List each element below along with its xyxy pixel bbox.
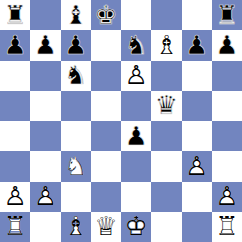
- square-g3[interactable]: ♟♙: [182, 151, 212, 181]
- piece-fill: ♟: [61, 30, 91, 60]
- square-f8[interactable]: [151, 0, 181, 30]
- piece-outline: ♖: [212, 212, 242, 242]
- black-pawn[interactable]: ♟: [30, 30, 60, 60]
- square-c5[interactable]: [61, 91, 91, 121]
- square-d5[interactable]: [91, 91, 121, 121]
- piece-outline: ♗: [61, 212, 91, 242]
- square-f1[interactable]: [151, 212, 181, 242]
- square-e7[interactable]: ♞: [121, 30, 151, 60]
- black-rook[interactable]: ♜: [0, 0, 30, 30]
- black-pawn[interactable]: ♟: [182, 30, 212, 60]
- black-king[interactable]: ♚: [91, 0, 121, 30]
- square-e6[interactable]: ♟♙: [121, 61, 151, 91]
- square-c4[interactable]: [61, 121, 91, 151]
- white-pawn[interactable]: ♟♙: [182, 151, 212, 181]
- piece-fill: ♜: [0, 0, 30, 30]
- white-bishop[interactable]: ♝♗: [151, 30, 181, 60]
- square-b7[interactable]: ♟: [30, 30, 60, 60]
- square-e3[interactable]: [121, 151, 151, 181]
- piece-outline: ♔: [121, 212, 151, 242]
- square-b5[interactable]: [30, 91, 60, 121]
- white-rook[interactable]: ♜♖: [0, 212, 30, 242]
- square-e5[interactable]: [121, 91, 151, 121]
- piece-fill: ♜: [212, 0, 242, 30]
- square-h2[interactable]: ♟♙: [212, 182, 242, 212]
- square-h1[interactable]: ♜♖: [212, 212, 242, 242]
- square-d3[interactable]: [91, 151, 121, 181]
- white-queen[interactable]: ♛♕: [91, 212, 121, 242]
- black-pawn[interactable]: ♟: [0, 30, 30, 60]
- piece-outline: ♙: [182, 151, 212, 181]
- piece-outline: ♗: [151, 30, 181, 60]
- piece-fill: ♞: [121, 30, 151, 60]
- square-f5[interactable]: ♛: [151, 91, 181, 121]
- square-a2[interactable]: ♟♙: [0, 182, 30, 212]
- piece-fill: ♝: [61, 0, 91, 30]
- square-h6[interactable]: [212, 61, 242, 91]
- piece-fill: ♟: [30, 30, 60, 60]
- square-b3[interactable]: [30, 151, 60, 181]
- square-b4[interactable]: [30, 121, 60, 151]
- square-f7[interactable]: ♝♗: [151, 30, 181, 60]
- square-g1[interactable]: [182, 212, 212, 242]
- square-c3[interactable]: ♞♘: [61, 151, 91, 181]
- square-c7[interactable]: ♟: [61, 30, 91, 60]
- piece-outline: ♙: [121, 61, 151, 91]
- square-c6[interactable]: ♞: [61, 61, 91, 91]
- black-queen[interactable]: ♛: [151, 91, 181, 121]
- square-a4[interactable]: [0, 121, 30, 151]
- square-c2[interactable]: [61, 182, 91, 212]
- square-e8[interactable]: [121, 0, 151, 30]
- piece-outline: ♙: [0, 182, 30, 212]
- square-e1[interactable]: ♚♔: [121, 212, 151, 242]
- piece-fill: ♟: [0, 30, 30, 60]
- square-d2[interactable]: [91, 182, 121, 212]
- white-knight[interactable]: ♞♘: [61, 151, 91, 181]
- piece-fill: ♚: [91, 0, 121, 30]
- square-b8[interactable]: [30, 0, 60, 30]
- square-g7[interactable]: ♟: [182, 30, 212, 60]
- black-pawn[interactable]: ♟: [121, 121, 151, 151]
- square-h3[interactable]: [212, 151, 242, 181]
- square-d8[interactable]: ♚: [91, 0, 121, 30]
- piece-fill: ♟: [182, 30, 212, 60]
- piece-fill: ♞: [61, 61, 91, 91]
- square-a6[interactable]: [0, 61, 30, 91]
- square-g2[interactable]: [182, 182, 212, 212]
- square-d6[interactable]: [91, 61, 121, 91]
- square-d4[interactable]: [91, 121, 121, 151]
- square-c1[interactable]: ♝♗: [61, 212, 91, 242]
- square-f4[interactable]: [151, 121, 181, 151]
- square-f2[interactable]: [151, 182, 181, 212]
- square-e4[interactable]: ♟: [121, 121, 151, 151]
- white-bishop[interactable]: ♝♗: [61, 212, 91, 242]
- piece-outline: ♙: [30, 182, 60, 212]
- square-b6[interactable]: [30, 61, 60, 91]
- square-h4[interactable]: [212, 121, 242, 151]
- square-d7[interactable]: [91, 30, 121, 60]
- square-a8[interactable]: ♜: [0, 0, 30, 30]
- chess-board: ♜♝♚♜♟♟♟♞♝♗♟♟♞♟♙♛♟♞♘♟♙♟♙♟♙♟♙♜♖♝♗♛♕♚♔♜♖: [0, 0, 242, 242]
- square-f3[interactable]: [151, 151, 181, 181]
- square-a1[interactable]: ♜♖: [0, 212, 30, 242]
- black-bishop[interactable]: ♝: [61, 0, 91, 30]
- piece-fill: ♛: [151, 91, 181, 121]
- white-pawn[interactable]: ♟♙: [121, 61, 151, 91]
- square-b2[interactable]: ♟♙: [30, 182, 60, 212]
- white-rook[interactable]: ♜♖: [212, 212, 242, 242]
- square-b1[interactable]: [30, 212, 60, 242]
- square-g8[interactable]: [182, 0, 212, 30]
- piece-outline: ♘: [61, 151, 91, 181]
- piece-fill: ♟: [212, 30, 242, 60]
- piece-outline: ♖: [0, 212, 30, 242]
- piece-outline: ♙: [212, 182, 242, 212]
- square-e2[interactable]: [121, 182, 151, 212]
- white-pawn[interactable]: ♟♙: [212, 182, 242, 212]
- piece-fill: ♟: [121, 121, 151, 151]
- black-knight[interactable]: ♞: [61, 61, 91, 91]
- black-rook[interactable]: ♜: [212, 0, 242, 30]
- square-h5[interactable]: [212, 91, 242, 121]
- square-d1[interactable]: ♛♕: [91, 212, 121, 242]
- white-pawn[interactable]: ♟♙: [30, 182, 60, 212]
- white-pawn[interactable]: ♟♙: [0, 182, 30, 212]
- piece-outline: ♕: [91, 212, 121, 242]
- square-h7[interactable]: ♟: [212, 30, 242, 60]
- black-pawn[interactable]: ♟: [61, 30, 91, 60]
- square-g6[interactable]: [182, 61, 212, 91]
- white-king[interactable]: ♚♔: [121, 212, 151, 242]
- square-g5[interactable]: [182, 91, 212, 121]
- black-pawn[interactable]: ♟: [212, 30, 242, 60]
- square-c8[interactable]: ♝: [61, 0, 91, 30]
- square-f6[interactable]: [151, 61, 181, 91]
- square-g4[interactable]: [182, 121, 212, 151]
- square-a3[interactable]: [0, 151, 30, 181]
- square-a5[interactable]: [0, 91, 30, 121]
- square-h8[interactable]: ♜: [212, 0, 242, 30]
- square-a7[interactable]: ♟: [0, 30, 30, 60]
- black-knight[interactable]: ♞: [121, 30, 151, 60]
